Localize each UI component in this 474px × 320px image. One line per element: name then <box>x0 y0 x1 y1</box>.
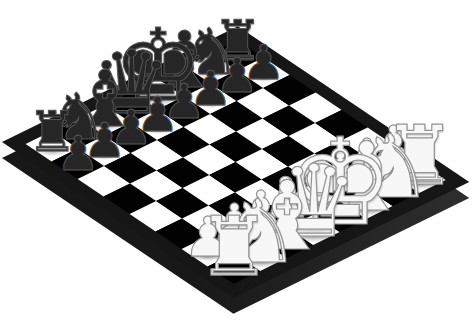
black-pawn-a7[interactable]: ♟ <box>56 128 99 176</box>
white-rook-a1[interactable]: ♜ <box>197 205 271 287</box>
chess-scene: ♜♞♝♛♚♝♞♜♟♟♟♟♟♟♟♟♟♟♟♟♟♟♟♟♜♞♝♛♚♝♞♜ <box>0 0 474 320</box>
